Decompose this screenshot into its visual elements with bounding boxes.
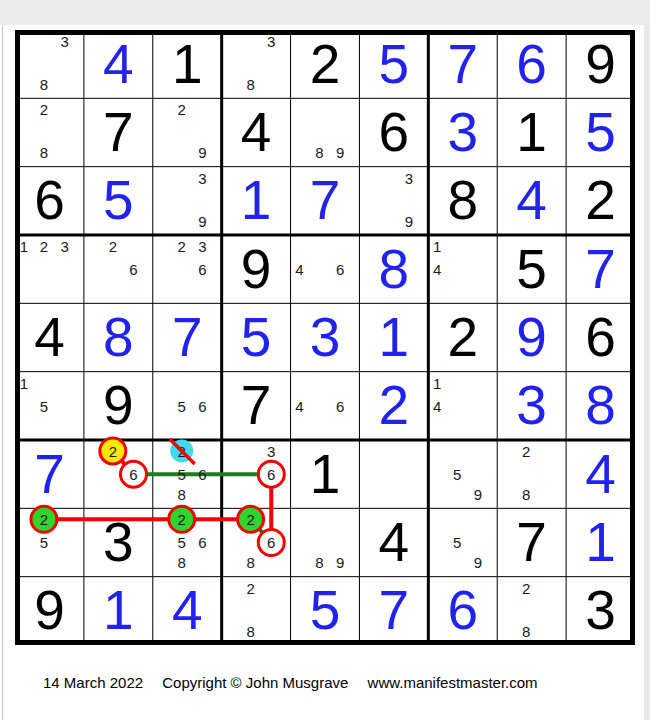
footer-copyright: Copyright © John Musgrave (162, 674, 348, 691)
page: { "game": "sudoku", "position": ".41.257… (0, 0, 650, 720)
footer-date: 14 March 2022 (43, 674, 143, 691)
elimination-strike-overlay (15, 30, 635, 645)
left-edge-line (2, 25, 3, 720)
footer: 14 March 2022 Copyright © John Musgrave … (43, 674, 538, 691)
sudoku-board: 3841382576928729489631565391739842123262… (15, 30, 635, 645)
elimination-strike (170, 439, 195, 464)
footer-website: www.manifestmaster.com (368, 674, 538, 691)
right-edge-strip (644, 25, 650, 720)
top-gray-band (0, 0, 650, 25)
